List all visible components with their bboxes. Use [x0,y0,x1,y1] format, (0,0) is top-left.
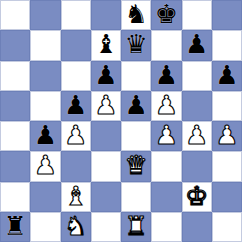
black-pawn[interactable]: ♟ [185,31,208,57]
white-queen[interactable]: ♛ [124,152,147,178]
square-h8[interactable] [212,0,242,30]
square-d1[interactable] [91,212,121,242]
black-pawn[interactable]: ♟ [155,62,178,88]
black-king[interactable]: ♚ [155,1,178,27]
square-f2[interactable] [151,182,181,212]
square-a7[interactable] [0,30,30,60]
square-d3[interactable] [91,151,121,181]
square-d2[interactable] [91,182,121,212]
square-h4[interactable]: ♟ [212,121,242,151]
square-f3[interactable] [151,151,181,181]
square-c6[interactable] [61,61,91,91]
square-d6[interactable]: ♟ [91,61,121,91]
square-g6[interactable] [182,61,212,91]
square-h7[interactable] [212,30,242,60]
square-a5[interactable] [0,91,30,121]
black-knight[interactable]: ♞ [124,1,147,27]
black-pawn[interactable]: ♟ [34,122,57,148]
chess-board-container: ♞♚♝♛♟♟♟♟♟♟♟♟♟♟♟♟♟♟♛♝♚♜♞♜ [0,0,242,242]
square-e7[interactable]: ♛ [121,30,151,60]
square-e4[interactable] [121,121,151,151]
square-g2[interactable]: ♚ [182,182,212,212]
white-pawn[interactable]: ♟ [185,122,208,148]
white-pawn[interactable]: ♟ [155,122,178,148]
square-b3[interactable]: ♟ [30,151,60,181]
square-f4[interactable]: ♟ [151,121,181,151]
square-f5[interactable]: ♟ [151,91,181,121]
square-h1[interactable] [212,212,242,242]
square-b2[interactable] [30,182,60,212]
white-pawn[interactable]: ♟ [155,92,178,118]
square-g4[interactable]: ♟ [182,121,212,151]
square-e1[interactable]: ♜ [121,212,151,242]
square-f7[interactable] [151,30,181,60]
square-g7[interactable]: ♟ [182,30,212,60]
square-c2[interactable]: ♝ [61,182,91,212]
black-rook[interactable]: ♜ [3,213,26,239]
square-f6[interactable]: ♟ [151,61,181,91]
square-d8[interactable] [91,0,121,30]
square-h3[interactable] [212,151,242,181]
square-b1[interactable] [30,212,60,242]
square-e2[interactable] [121,182,151,212]
square-a2[interactable] [0,182,30,212]
white-pawn[interactable]: ♟ [64,122,87,148]
square-d7[interactable]: ♝ [91,30,121,60]
white-pawn[interactable]: ♟ [215,122,238,148]
chess-board: ♞♚♝♛♟♟♟♟♟♟♟♟♟♟♟♟♟♟♛♝♚♜♞♜ [0,0,242,242]
white-rook[interactable]: ♜ [124,213,147,239]
black-pawn[interactable]: ♟ [124,92,147,118]
white-knight[interactable]: ♞ [64,213,87,239]
white-bishop[interactable]: ♝ [64,183,87,209]
square-g1[interactable] [182,212,212,242]
square-g5[interactable] [182,91,212,121]
square-e8[interactable]: ♞ [121,0,151,30]
black-pawn[interactable]: ♟ [64,92,87,118]
square-a4[interactable] [0,121,30,151]
square-c7[interactable] [61,30,91,60]
square-b7[interactable] [30,30,60,60]
square-b8[interactable] [30,0,60,30]
square-c3[interactable] [61,151,91,181]
square-e3[interactable]: ♛ [121,151,151,181]
black-queen[interactable]: ♛ [124,31,147,57]
square-g3[interactable] [182,151,212,181]
square-a8[interactable] [0,0,30,30]
square-b5[interactable] [30,91,60,121]
square-f8[interactable]: ♚ [151,0,181,30]
square-a3[interactable] [0,151,30,181]
black-pawn[interactable]: ♟ [215,62,238,88]
square-e5[interactable]: ♟ [121,91,151,121]
square-f1[interactable] [151,212,181,242]
square-c8[interactable] [61,0,91,30]
square-e6[interactable] [121,61,151,91]
black-bishop[interactable]: ♝ [94,31,117,57]
square-d4[interactable] [91,121,121,151]
white-pawn[interactable]: ♟ [34,152,57,178]
square-a6[interactable] [0,61,30,91]
square-b6[interactable] [30,61,60,91]
square-c4[interactable]: ♟ [61,121,91,151]
square-h2[interactable] [212,182,242,212]
square-d5[interactable]: ♟ [91,91,121,121]
square-b4[interactable]: ♟ [30,121,60,151]
square-c1[interactable]: ♞ [61,212,91,242]
square-c5[interactable]: ♟ [61,91,91,121]
black-pawn[interactable]: ♟ [94,62,117,88]
square-h5[interactable] [212,91,242,121]
square-g8[interactable] [182,0,212,30]
square-h6[interactable]: ♟ [212,61,242,91]
white-king[interactable]: ♚ [185,183,208,209]
white-pawn[interactable]: ♟ [94,92,117,118]
square-a1[interactable]: ♜ [0,212,30,242]
